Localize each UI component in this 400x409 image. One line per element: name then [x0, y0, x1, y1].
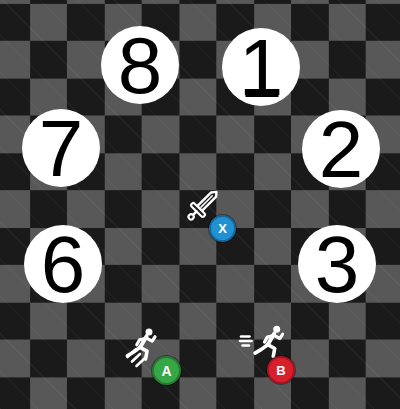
- disc-1-label: 1: [239, 28, 284, 108]
- number-disc-7[interactable]: 7: [22, 109, 100, 187]
- badge-a-label: A: [161, 362, 171, 378]
- runner-dash-icon: [236, 322, 284, 358]
- number-disc-8[interactable]: 8: [101, 26, 179, 104]
- number-disc-6[interactable]: 6: [24, 225, 102, 303]
- button-badge-a[interactable]: A: [152, 356, 181, 385]
- checkerboard-sprite-canvas: 8 1 7 2 6 3 X: [0, 0, 400, 409]
- button-badge-x[interactable]: X: [209, 215, 236, 242]
- disc-3-label: 3: [315, 225, 360, 305]
- disc-6-label: 6: [41, 225, 86, 305]
- number-disc-2[interactable]: 2: [302, 110, 380, 188]
- disc-2-label: 2: [319, 110, 364, 190]
- disc-7-label: 7: [39, 109, 84, 189]
- number-disc-3[interactable]: 3: [298, 225, 376, 303]
- badge-b-label: B: [276, 362, 285, 377]
- disc-8-label: 8: [118, 26, 163, 106]
- speed-lines-horizontal: [240, 337, 252, 346]
- number-disc-1[interactable]: 1: [222, 28, 300, 106]
- button-badge-b[interactable]: B: [267, 356, 295, 384]
- badge-x-label: X: [218, 221, 227, 236]
